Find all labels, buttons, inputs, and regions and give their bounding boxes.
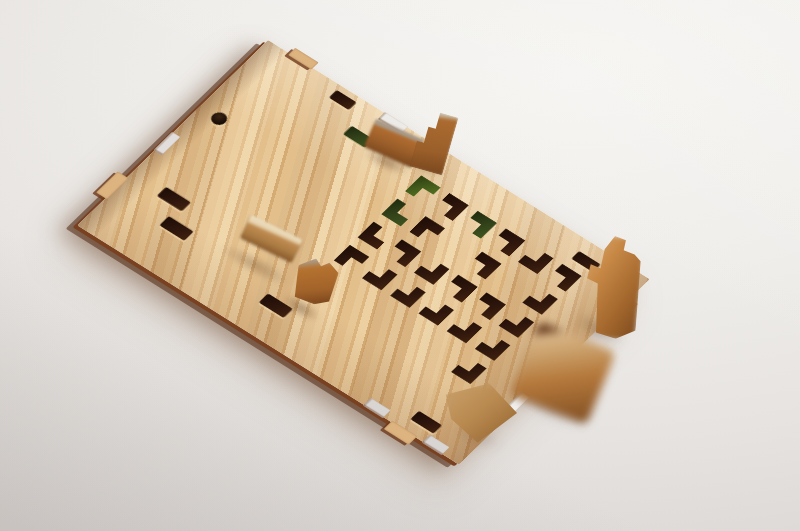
piece-slot-1 bbox=[159, 216, 193, 241]
cutout-L-se-r3c2 bbox=[390, 280, 426, 309]
photo-stage bbox=[0, 0, 800, 531]
cutout-L-nw-r1c1 bbox=[409, 216, 445, 245]
cutout-L-sw-r1c0 bbox=[381, 198, 417, 227]
finger-joint-notch-left-2 bbox=[153, 132, 180, 155]
cutout-L-se-r2c2 bbox=[414, 257, 450, 286]
cutout-L-ne-r2c3 bbox=[442, 274, 478, 303]
cutout-L-se-r4c5 bbox=[451, 356, 487, 385]
cutout-L-ne-r0c5 bbox=[546, 263, 582, 292]
finger-joint-notch-bottom-5 bbox=[422, 435, 450, 455]
cutout-L-ne-r2c1 bbox=[385, 239, 421, 268]
cutout-L-nw-r3c0 bbox=[333, 244, 369, 273]
cutout-L-sw-r2c0 bbox=[357, 221, 393, 250]
cutout-L-se-r3c1 bbox=[362, 262, 398, 291]
cutout-L-se-r3c4 bbox=[446, 315, 482, 344]
cutout-L-ne-r1c3 bbox=[465, 251, 501, 280]
cutout-L-ne-r2c4 bbox=[470, 292, 506, 321]
finger-joint-tab-top-0 bbox=[288, 48, 318, 70]
finger-joint-tab-bottom-4 bbox=[384, 421, 418, 445]
cutout-L-ne-r0c2 bbox=[461, 210, 497, 239]
piece-slot-0 bbox=[157, 187, 191, 212]
round-hole bbox=[208, 110, 231, 128]
piece-slot-2 bbox=[329, 90, 357, 110]
cutout-L-ne-r0c1 bbox=[433, 193, 469, 222]
cutout-L-se-r0c4 bbox=[517, 246, 553, 275]
piece-slot-4 bbox=[259, 293, 293, 318]
finger-joint-notch-bottom-4 bbox=[363, 398, 391, 418]
cutout-L-ne-r0c3 bbox=[489, 228, 525, 257]
cutout-L-nw-r0c0 bbox=[405, 175, 441, 204]
cutout-L-se-r3c3 bbox=[418, 297, 454, 326]
cutout-L-se-r1c5 bbox=[522, 287, 558, 316]
cutout-L-se-r2c5 bbox=[498, 310, 534, 339]
piece-slot-5 bbox=[410, 411, 442, 434]
finger-joint-tab-left-3 bbox=[96, 171, 128, 199]
cutout-L-se-r3c5 bbox=[474, 333, 510, 362]
